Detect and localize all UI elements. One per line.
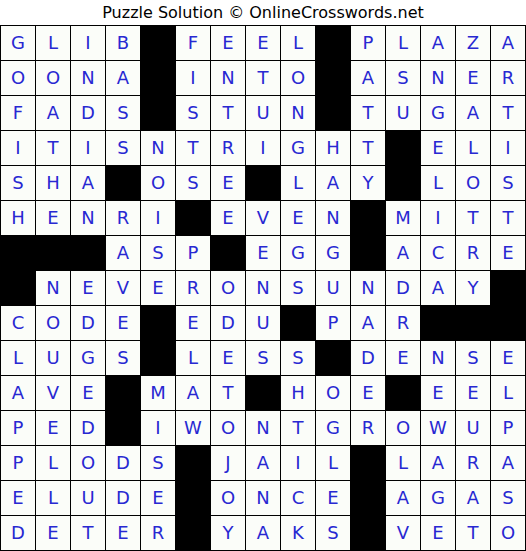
letter-cell: C xyxy=(1,306,35,340)
letter-cell: N xyxy=(246,411,280,445)
letter-cell: Y xyxy=(351,166,385,200)
letter-cell: T xyxy=(351,96,385,130)
letter-cell: O xyxy=(281,61,315,95)
letter-cell: O xyxy=(386,411,420,445)
letter-cell: P xyxy=(351,26,385,60)
black-cell xyxy=(351,446,385,480)
letter-cell: E xyxy=(456,61,490,95)
letter-cell: A xyxy=(491,26,525,60)
letter-cell: S xyxy=(246,341,280,375)
letter-cell: I xyxy=(141,411,175,445)
letter-cell: M xyxy=(386,201,420,235)
letter-cell: A xyxy=(246,516,280,550)
letter-cell: D xyxy=(351,341,385,375)
black-cell xyxy=(491,306,525,340)
letter-cell: T xyxy=(281,411,315,445)
letter-cell: N xyxy=(141,131,175,165)
letter-cell: P xyxy=(1,411,35,445)
letter-cell: E xyxy=(36,516,70,550)
letter-cell: B xyxy=(106,26,140,60)
black-cell xyxy=(1,236,35,270)
letter-cell: O xyxy=(36,306,70,340)
letter-cell: N xyxy=(421,61,455,95)
letter-cell: U xyxy=(386,96,420,130)
letter-cell: E xyxy=(316,481,350,515)
letter-cell: A xyxy=(386,481,420,515)
letter-cell: O xyxy=(456,166,490,200)
letter-cell: E xyxy=(211,166,245,200)
letter-cell: S xyxy=(141,446,175,480)
black-cell xyxy=(316,96,350,130)
letter-cell: L xyxy=(36,481,70,515)
letter-cell: T xyxy=(351,131,385,165)
black-cell xyxy=(316,26,350,60)
letter-cell: A xyxy=(351,61,385,95)
black-cell xyxy=(491,271,525,305)
letter-cell: E xyxy=(491,341,525,375)
black-cell xyxy=(351,236,385,270)
black-cell xyxy=(141,341,175,375)
letter-cell: S xyxy=(281,341,315,375)
letter-cell: D xyxy=(1,516,35,550)
letter-cell: S xyxy=(106,341,140,375)
letter-cell: N xyxy=(211,61,245,95)
letter-cell: E xyxy=(1,481,35,515)
letter-cell: R xyxy=(456,446,490,480)
letter-cell: S xyxy=(106,131,140,165)
letter-cell: E xyxy=(36,411,70,445)
letter-cell: E xyxy=(386,341,420,375)
black-cell xyxy=(351,516,385,550)
letter-cell: G xyxy=(316,236,350,270)
letter-cell: O xyxy=(1,61,35,95)
black-cell xyxy=(176,516,210,550)
letter-cell: V xyxy=(36,376,70,410)
letter-cell: O xyxy=(491,516,525,550)
letter-cell: S xyxy=(456,341,490,375)
letter-cell: O xyxy=(141,166,175,200)
black-cell xyxy=(211,236,245,270)
letter-cell: S xyxy=(176,96,210,130)
black-cell xyxy=(141,96,175,130)
black-cell xyxy=(386,131,420,165)
black-cell xyxy=(281,306,315,340)
letter-cell: V xyxy=(386,516,420,550)
letter-cell: A xyxy=(491,446,525,480)
letter-cell: T xyxy=(211,376,245,410)
letter-cell: P xyxy=(1,446,35,480)
letter-cell: R xyxy=(141,516,175,550)
black-cell xyxy=(456,306,490,340)
letter-cell: D xyxy=(386,271,420,305)
letter-cell: G xyxy=(316,411,350,445)
letter-cell: L xyxy=(176,341,210,375)
letter-cell: L xyxy=(281,166,315,200)
letter-cell: A xyxy=(456,96,490,130)
letter-cell: I xyxy=(1,131,35,165)
letter-cell: S xyxy=(281,271,315,305)
letter-cell: H xyxy=(281,376,315,410)
letter-cell: T xyxy=(211,96,245,130)
letter-cell: D xyxy=(106,446,140,480)
letter-cell: L xyxy=(386,446,420,480)
letter-cell: V xyxy=(246,201,280,235)
letter-cell: F xyxy=(176,26,210,60)
letter-cell: U xyxy=(246,306,280,340)
letter-cell: E xyxy=(71,376,105,410)
black-cell xyxy=(386,166,420,200)
letter-cell: E xyxy=(246,236,280,270)
letter-cell: T xyxy=(176,131,210,165)
letter-cell: G xyxy=(71,341,105,375)
black-cell xyxy=(141,61,175,95)
letter-cell: N xyxy=(421,341,455,375)
letter-cell: A xyxy=(36,96,70,130)
letter-cell: T xyxy=(246,61,280,95)
letter-cell: S xyxy=(1,166,35,200)
letter-cell: G xyxy=(281,236,315,270)
black-cell xyxy=(246,376,280,410)
letter-cell: E xyxy=(421,516,455,550)
letter-cell: S xyxy=(141,236,175,270)
letter-cell: N xyxy=(246,271,280,305)
black-cell xyxy=(176,201,210,235)
letter-cell: E xyxy=(456,376,490,410)
letter-cell: E xyxy=(106,306,140,340)
letter-cell: L xyxy=(386,26,420,60)
letter-cell: L xyxy=(1,341,35,375)
puzzle-solution-page: Puzzle Solution © OnlineCrosswords.net G… xyxy=(0,0,526,551)
letter-cell: D xyxy=(211,306,245,340)
letter-cell: H xyxy=(1,201,35,235)
black-cell xyxy=(176,446,210,480)
letter-cell: A xyxy=(421,271,455,305)
letter-cell: E xyxy=(36,201,70,235)
black-cell xyxy=(71,236,105,270)
letter-cell: J xyxy=(211,446,245,480)
black-cell xyxy=(36,236,70,270)
letter-cell: T xyxy=(456,201,490,235)
letter-cell: R xyxy=(386,306,420,340)
letter-cell: E xyxy=(421,131,455,165)
letter-cell: C xyxy=(421,236,455,270)
black-cell xyxy=(316,341,350,375)
letter-cell: K xyxy=(281,516,315,550)
letter-cell: S xyxy=(386,61,420,95)
black-cell xyxy=(246,166,280,200)
letter-cell: A xyxy=(176,376,210,410)
letter-cell: E xyxy=(351,376,385,410)
letter-cell: A xyxy=(246,446,280,480)
letter-cell: A xyxy=(421,26,455,60)
letter-cell: G xyxy=(1,26,35,60)
letter-cell: S xyxy=(176,166,210,200)
letter-cell: G xyxy=(421,481,455,515)
letter-cell: N xyxy=(281,96,315,130)
letter-cell: A xyxy=(71,166,105,200)
letter-cell: I xyxy=(176,61,210,95)
black-cell xyxy=(141,26,175,60)
letter-cell: D xyxy=(71,96,105,130)
black-cell xyxy=(141,306,175,340)
letter-cell: N xyxy=(351,271,385,305)
letter-cell: I xyxy=(421,201,455,235)
black-cell xyxy=(106,376,140,410)
letter-cell: N xyxy=(246,481,280,515)
letter-cell: M xyxy=(141,376,175,410)
letter-cell: U xyxy=(71,481,105,515)
letter-cell: I xyxy=(71,131,105,165)
letter-cell: E xyxy=(246,26,280,60)
letter-cell: Y xyxy=(456,271,490,305)
letter-cell: P xyxy=(491,411,525,445)
letter-cell: E xyxy=(421,376,455,410)
letter-cell: E xyxy=(211,201,245,235)
letter-cell: P xyxy=(316,306,350,340)
letter-cell: H xyxy=(316,131,350,165)
letter-cell: E xyxy=(211,26,245,60)
letter-cell: A xyxy=(421,446,455,480)
letter-cell: D xyxy=(106,481,140,515)
letter-cell: L xyxy=(36,26,70,60)
letter-cell: S xyxy=(316,516,350,550)
letter-cell: N xyxy=(71,201,105,235)
letter-cell: S xyxy=(491,481,525,515)
crossword-grid: GLIBFEELPLAZAOONAINTOASNERFADSSTUNTUGATI… xyxy=(0,25,526,551)
letter-cell: L xyxy=(421,166,455,200)
letter-cell: R xyxy=(211,131,245,165)
letter-cell: E xyxy=(281,201,315,235)
letter-cell: E xyxy=(491,236,525,270)
letter-cell: T xyxy=(71,516,105,550)
black-cell xyxy=(386,376,420,410)
letter-cell: A xyxy=(456,481,490,515)
letter-cell: U xyxy=(316,271,350,305)
letter-cell: W xyxy=(176,411,210,445)
black-cell xyxy=(1,271,35,305)
letter-cell: E xyxy=(141,481,175,515)
letter-cell: T xyxy=(36,131,70,165)
letter-cell: E xyxy=(211,341,245,375)
letter-cell: O xyxy=(211,411,245,445)
letter-cell: N xyxy=(71,61,105,95)
black-cell xyxy=(106,411,140,445)
letter-cell: O xyxy=(316,376,350,410)
letter-cell: G xyxy=(421,96,455,130)
letter-cell: W xyxy=(421,411,455,445)
letter-cell: S xyxy=(106,96,140,130)
letter-cell: O xyxy=(71,446,105,480)
letter-cell: R xyxy=(106,201,140,235)
letter-cell: D xyxy=(71,306,105,340)
letter-cell: A xyxy=(1,376,35,410)
page-title: Puzzle Solution © OnlineCrosswords.net xyxy=(0,0,526,25)
letter-cell: O xyxy=(211,271,245,305)
letter-cell: I xyxy=(246,131,280,165)
black-cell xyxy=(106,166,140,200)
letter-cell: L xyxy=(456,131,490,165)
black-cell xyxy=(351,201,385,235)
letter-cell: A xyxy=(316,166,350,200)
letter-cell: T xyxy=(456,516,490,550)
letter-cell: G xyxy=(281,131,315,165)
letter-cell: E xyxy=(106,516,140,550)
letter-cell: E xyxy=(141,271,175,305)
letter-cell: A xyxy=(106,236,140,270)
letter-cell: R xyxy=(456,236,490,270)
letter-cell: Y xyxy=(211,516,245,550)
letter-cell: T xyxy=(491,96,525,130)
letter-cell: O xyxy=(211,481,245,515)
letter-cell: F xyxy=(1,96,35,130)
letter-cell: H xyxy=(36,166,70,200)
letter-cell: U xyxy=(246,96,280,130)
letter-cell: L xyxy=(281,26,315,60)
letter-cell: U xyxy=(456,411,490,445)
letter-cell: Z xyxy=(456,26,490,60)
letter-cell: A xyxy=(386,236,420,270)
letter-cell: A xyxy=(106,61,140,95)
letter-cell: E xyxy=(176,306,210,340)
letter-cell: I xyxy=(281,446,315,480)
letter-cell: V xyxy=(106,271,140,305)
letter-cell: N xyxy=(316,201,350,235)
letter-cell: R xyxy=(351,411,385,445)
black-cell xyxy=(351,481,385,515)
black-cell xyxy=(176,481,210,515)
black-cell xyxy=(316,61,350,95)
letter-cell: A xyxy=(351,306,385,340)
letter-cell: N xyxy=(36,271,70,305)
letter-cell: O xyxy=(36,61,70,95)
letter-cell: P xyxy=(176,236,210,270)
letter-cell: L xyxy=(316,446,350,480)
letter-cell: T xyxy=(491,201,525,235)
letter-cell: L xyxy=(36,446,70,480)
letter-cell: U xyxy=(36,341,70,375)
letter-cell: I xyxy=(71,26,105,60)
letter-cell: R xyxy=(176,271,210,305)
letter-cell: E xyxy=(71,271,105,305)
letter-cell: C xyxy=(281,481,315,515)
letter-cell: S xyxy=(491,166,525,200)
letter-cell: R xyxy=(491,61,525,95)
letter-cell: D xyxy=(71,411,105,445)
black-cell xyxy=(421,306,455,340)
letter-cell: I xyxy=(491,131,525,165)
letter-cell: I xyxy=(141,201,175,235)
letter-cell: L xyxy=(491,376,525,410)
